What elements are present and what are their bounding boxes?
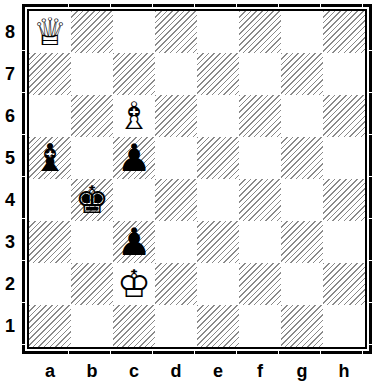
file-label-e: e bbox=[197, 356, 239, 386]
rank-label-1: 1 bbox=[0, 305, 20, 347]
square-f5[interactable] bbox=[239, 137, 281, 179]
chess-diagram: 8 7 6 5 4 3 2 1 ♕♗♝♟♚♟♔ a b c d e f g h bbox=[0, 0, 385, 390]
square-f8[interactable] bbox=[239, 11, 281, 53]
square-e3[interactable] bbox=[197, 221, 239, 263]
square-b6[interactable] bbox=[71, 95, 113, 137]
square-a3[interactable] bbox=[29, 221, 71, 263]
file-label-c: c bbox=[113, 356, 155, 386]
white-bishop[interactable]: ♗ bbox=[113, 95, 155, 137]
square-c2[interactable]: ♔ bbox=[113, 263, 155, 305]
border-ticks-left bbox=[22, 4, 25, 354]
black-pawn[interactable]: ♟ bbox=[113, 221, 155, 263]
square-d6[interactable] bbox=[155, 95, 197, 137]
square-a6[interactable] bbox=[29, 95, 71, 137]
square-b2[interactable] bbox=[71, 263, 113, 305]
file-label-g: g bbox=[281, 356, 323, 386]
file-label-a: a bbox=[29, 356, 71, 386]
square-d2[interactable] bbox=[155, 263, 197, 305]
square-h5[interactable] bbox=[323, 137, 365, 179]
white-queen[interactable]: ♕ bbox=[29, 11, 71, 53]
border-ticks-top bbox=[22, 4, 372, 7]
rank-labels: 8 7 6 5 4 3 2 1 bbox=[0, 11, 20, 347]
square-d3[interactable] bbox=[155, 221, 197, 263]
rank-label-2: 2 bbox=[0, 263, 20, 305]
square-c1[interactable] bbox=[113, 305, 155, 347]
square-e4[interactable] bbox=[197, 179, 239, 221]
square-c3[interactable]: ♟ bbox=[113, 221, 155, 263]
rank-label-7: 7 bbox=[0, 53, 20, 95]
square-e8[interactable] bbox=[197, 11, 239, 53]
square-a8[interactable]: ♕ bbox=[29, 11, 71, 53]
square-d4[interactable] bbox=[155, 179, 197, 221]
square-f4[interactable] bbox=[239, 179, 281, 221]
file-label-b: b bbox=[71, 356, 113, 386]
file-labels: a b c d e f g h bbox=[29, 356, 365, 386]
square-f2[interactable] bbox=[239, 263, 281, 305]
square-g7[interactable] bbox=[281, 53, 323, 95]
square-g5[interactable] bbox=[281, 137, 323, 179]
square-f6[interactable] bbox=[239, 95, 281, 137]
square-d1[interactable] bbox=[155, 305, 197, 347]
square-d8[interactable] bbox=[155, 11, 197, 53]
square-b1[interactable] bbox=[71, 305, 113, 347]
black-king[interactable]: ♚ bbox=[71, 179, 113, 221]
rank-label-5: 5 bbox=[0, 137, 20, 179]
square-g2[interactable] bbox=[281, 263, 323, 305]
white-king[interactable]: ♔ bbox=[113, 263, 155, 305]
square-b4[interactable]: ♚ bbox=[71, 179, 113, 221]
square-h8[interactable] bbox=[323, 11, 365, 53]
square-h1[interactable] bbox=[323, 305, 365, 347]
square-h6[interactable] bbox=[323, 95, 365, 137]
square-f3[interactable] bbox=[239, 221, 281, 263]
square-b5[interactable] bbox=[71, 137, 113, 179]
square-e1[interactable] bbox=[197, 305, 239, 347]
square-c7[interactable] bbox=[113, 53, 155, 95]
black-bishop[interactable]: ♝ bbox=[29, 137, 71, 179]
square-g6[interactable] bbox=[281, 95, 323, 137]
square-b3[interactable] bbox=[71, 221, 113, 263]
square-b7[interactable] bbox=[71, 53, 113, 95]
board-grid: ♕♗♝♟♚♟♔ bbox=[27, 9, 367, 349]
square-f7[interactable] bbox=[239, 53, 281, 95]
square-h3[interactable] bbox=[323, 221, 365, 263]
square-a5[interactable]: ♝ bbox=[29, 137, 71, 179]
square-g8[interactable] bbox=[281, 11, 323, 53]
square-g4[interactable] bbox=[281, 179, 323, 221]
file-label-h: h bbox=[323, 356, 365, 386]
rank-label-3: 3 bbox=[0, 221, 20, 263]
file-label-d: d bbox=[155, 356, 197, 386]
square-h7[interactable] bbox=[323, 53, 365, 95]
rank-label-4: 4 bbox=[0, 179, 20, 221]
square-a2[interactable] bbox=[29, 263, 71, 305]
square-c4[interactable] bbox=[113, 179, 155, 221]
square-a1[interactable] bbox=[29, 305, 71, 347]
border-ticks-right bbox=[369, 4, 372, 354]
square-b8[interactable] bbox=[71, 11, 113, 53]
square-c6[interactable]: ♗ bbox=[113, 95, 155, 137]
square-c8[interactable] bbox=[113, 11, 155, 53]
square-a7[interactable] bbox=[29, 53, 71, 95]
square-d7[interactable] bbox=[155, 53, 197, 95]
file-label-f: f bbox=[239, 356, 281, 386]
square-f1[interactable] bbox=[239, 305, 281, 347]
border-ticks-bottom bbox=[22, 351, 372, 354]
square-g1[interactable] bbox=[281, 305, 323, 347]
square-h2[interactable] bbox=[323, 263, 365, 305]
chess-board: ♕♗♝♟♚♟♔ bbox=[22, 4, 372, 354]
square-h4[interactable] bbox=[323, 179, 365, 221]
square-a4[interactable] bbox=[29, 179, 71, 221]
square-e6[interactable] bbox=[197, 95, 239, 137]
black-pawn[interactable]: ♟ bbox=[113, 137, 155, 179]
square-e7[interactable] bbox=[197, 53, 239, 95]
square-d5[interactable] bbox=[155, 137, 197, 179]
square-g3[interactable] bbox=[281, 221, 323, 263]
rank-label-8: 8 bbox=[0, 11, 20, 53]
square-e2[interactable] bbox=[197, 263, 239, 305]
rank-label-6: 6 bbox=[0, 95, 20, 137]
square-e5[interactable] bbox=[197, 137, 239, 179]
square-c5[interactable]: ♟ bbox=[113, 137, 155, 179]
